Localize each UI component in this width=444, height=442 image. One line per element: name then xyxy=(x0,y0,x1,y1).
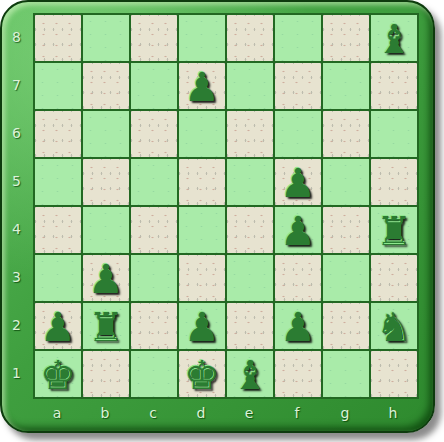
piece-king-d1[interactable]: ♚ xyxy=(179,351,225,397)
square-a8[interactable] xyxy=(35,15,81,61)
piece-rook-b2[interactable]: ♜ xyxy=(83,303,129,349)
square-d3[interactable] xyxy=(179,255,225,301)
square-g4[interactable] xyxy=(323,207,369,253)
square-b8[interactable] xyxy=(83,15,129,61)
square-c7[interactable] xyxy=(131,63,177,109)
square-f6[interactable] xyxy=(275,111,321,157)
square-b5[interactable] xyxy=(83,159,129,205)
file-label-d: d xyxy=(177,398,225,428)
square-h4[interactable]: ♜ xyxy=(371,207,417,253)
piece-knight-h2[interactable]: ♞ xyxy=(371,303,417,349)
square-e7[interactable] xyxy=(227,63,273,109)
piece-king-a1[interactable]: ♚ xyxy=(35,351,81,397)
square-c8[interactable] xyxy=(131,15,177,61)
square-a3[interactable] xyxy=(35,255,81,301)
square-a6[interactable] xyxy=(35,111,81,157)
square-e1[interactable]: ♝ xyxy=(227,351,273,397)
piece-pawn-d7[interactable]: ♟ xyxy=(179,63,225,109)
rank-label-7: 7 xyxy=(2,61,31,109)
square-c4[interactable] xyxy=(131,207,177,253)
rank-label-5: 5 xyxy=(2,157,31,205)
piece-bishop-e1[interactable]: ♝ xyxy=(227,351,273,397)
square-f4[interactable]: ♟ xyxy=(275,207,321,253)
square-e4[interactable] xyxy=(227,207,273,253)
rank-label-2: 2 xyxy=(2,301,31,349)
square-f2[interactable]: ♟ xyxy=(275,303,321,349)
square-d4[interactable] xyxy=(179,207,225,253)
file-label-b: b xyxy=(81,398,129,428)
piece-pawn-a2[interactable]: ♟ xyxy=(35,303,81,349)
square-d7[interactable]: ♟ xyxy=(179,63,225,109)
square-e5[interactable] xyxy=(227,159,273,205)
square-d5[interactable] xyxy=(179,159,225,205)
square-g3[interactable] xyxy=(323,255,369,301)
piece-pawn-f2[interactable]: ♟ xyxy=(275,303,321,349)
square-f8[interactable] xyxy=(275,15,321,61)
square-a1[interactable]: ♚ xyxy=(35,351,81,397)
square-a2[interactable]: ♟ xyxy=(35,303,81,349)
piece-pawn-d2[interactable]: ♟ xyxy=(179,303,225,349)
square-d2[interactable]: ♟ xyxy=(179,303,225,349)
square-c2[interactable] xyxy=(131,303,177,349)
square-g1[interactable] xyxy=(323,351,369,397)
rank-label-8: 8 xyxy=(2,13,31,61)
square-e6[interactable] xyxy=(227,111,273,157)
square-g8[interactable] xyxy=(323,15,369,61)
square-h8[interactable]: ♝ xyxy=(371,15,417,61)
square-f3[interactable] xyxy=(275,255,321,301)
square-h7[interactable] xyxy=(371,63,417,109)
square-e8[interactable] xyxy=(227,15,273,61)
piece-pawn-f5[interactable]: ♟ xyxy=(275,159,321,205)
square-b3[interactable]: ♟ xyxy=(83,255,129,301)
square-g5[interactable] xyxy=(323,159,369,205)
file-label-h: h xyxy=(369,398,417,428)
square-c6[interactable] xyxy=(131,111,177,157)
file-label-e: e xyxy=(225,398,273,428)
square-g7[interactable] xyxy=(323,63,369,109)
chess-app-window: ♝♟♟♟♜♟♟♜♟♟♞♚♚♝ 87654321abcdefgh xyxy=(0,0,444,442)
square-g2[interactable] xyxy=(323,303,369,349)
square-b4[interactable] xyxy=(83,207,129,253)
square-h6[interactable] xyxy=(371,111,417,157)
square-h1[interactable] xyxy=(371,351,417,397)
piece-pawn-f4[interactable]: ♟ xyxy=(275,207,321,253)
file-label-c: c xyxy=(129,398,177,428)
square-b2[interactable]: ♜ xyxy=(83,303,129,349)
square-b6[interactable] xyxy=(83,111,129,157)
chess-board: ♝♟♟♟♜♟♟♜♟♟♞♚♚♝ xyxy=(33,13,419,399)
rank-label-1: 1 xyxy=(2,349,31,397)
piece-pawn-b3[interactable]: ♟ xyxy=(83,255,129,301)
square-a4[interactable] xyxy=(35,207,81,253)
square-h5[interactable] xyxy=(371,159,417,205)
square-h3[interactable] xyxy=(371,255,417,301)
square-b7[interactable] xyxy=(83,63,129,109)
piece-rook-h4[interactable]: ♜ xyxy=(371,207,417,253)
square-e2[interactable] xyxy=(227,303,273,349)
square-b1[interactable] xyxy=(83,351,129,397)
square-d6[interactable] xyxy=(179,111,225,157)
square-a5[interactable] xyxy=(35,159,81,205)
square-a7[interactable] xyxy=(35,63,81,109)
file-label-g: g xyxy=(321,398,369,428)
square-c1[interactable] xyxy=(131,351,177,397)
rank-label-3: 3 xyxy=(2,253,31,301)
rank-label-6: 6 xyxy=(2,109,31,157)
file-label-f: f xyxy=(273,398,321,428)
square-g6[interactable] xyxy=(323,111,369,157)
rank-label-4: 4 xyxy=(2,205,31,253)
square-f5[interactable]: ♟ xyxy=(275,159,321,205)
square-f1[interactable] xyxy=(275,351,321,397)
square-c5[interactable] xyxy=(131,159,177,205)
square-h2[interactable]: ♞ xyxy=(371,303,417,349)
file-label-a: a xyxy=(33,398,81,428)
square-c3[interactable] xyxy=(131,255,177,301)
piece-bishop-h8[interactable]: ♝ xyxy=(371,15,417,61)
square-d8[interactable] xyxy=(179,15,225,61)
square-f7[interactable] xyxy=(275,63,321,109)
square-d1[interactable]: ♚ xyxy=(179,351,225,397)
square-e3[interactable] xyxy=(227,255,273,301)
